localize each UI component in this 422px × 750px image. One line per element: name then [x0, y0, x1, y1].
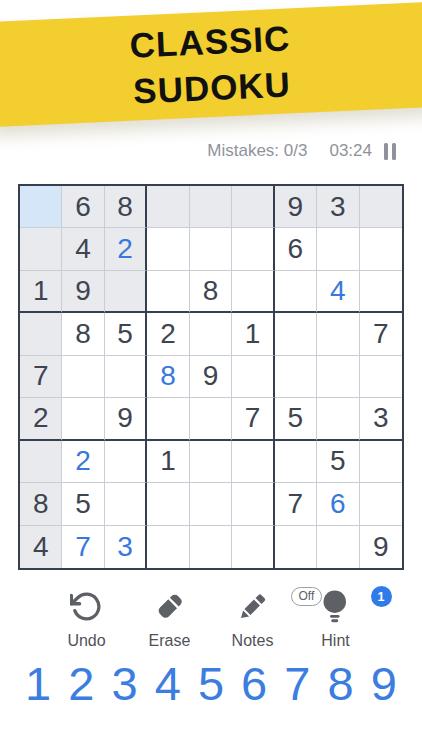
- cell-r9c8[interactable]: [317, 526, 359, 568]
- cell-r6c5[interactable]: [190, 398, 232, 440]
- erase-label: Erase: [149, 632, 191, 650]
- cell-r7c7[interactable]: [275, 441, 317, 483]
- cell-r4c1[interactable]: [20, 313, 62, 355]
- cell-r7c9[interactable]: [360, 441, 402, 483]
- cell-r8c3[interactable]: [105, 483, 147, 525]
- cell-r4c7[interactable]: [275, 313, 317, 355]
- status-bar: Mistakes: 0/3 03:24: [207, 141, 396, 161]
- title-banner: CLASSIC SUDOKU: [0, 2, 422, 127]
- cell-r5c6[interactable]: [232, 356, 274, 398]
- numpad-1[interactable]: 1: [25, 656, 51, 712]
- cell-r1c9[interactable]: [360, 186, 402, 228]
- cell-r5c4[interactable]: 8: [147, 356, 189, 398]
- cell-r3c8[interactable]: 4: [317, 271, 359, 313]
- cell-r1c5[interactable]: [190, 186, 232, 228]
- cell-r7c8[interactable]: 5: [317, 441, 359, 483]
- cell-r3c1[interactable]: 1: [20, 271, 62, 313]
- cell-r5c3[interactable]: [105, 356, 147, 398]
- notes-label: Notes: [232, 632, 274, 650]
- cell-r9c4[interactable]: [147, 526, 189, 568]
- cell-r6c8[interactable]: [317, 398, 359, 440]
- hint-label: Hint: [321, 632, 349, 650]
- cell-r4c6[interactable]: 1: [232, 313, 274, 355]
- cell-r3c9[interactable]: [360, 271, 402, 313]
- hint-button[interactable]: 1 Hint: [294, 589, 377, 650]
- undo-label: Undo: [67, 632, 105, 650]
- cell-r8c5[interactable]: [190, 483, 232, 525]
- pencil-icon: [237, 590, 269, 626]
- title-line1: CLASSIC: [129, 15, 292, 68]
- cell-r8c1[interactable]: 8: [20, 483, 62, 525]
- cell-r1c2[interactable]: 6: [62, 186, 104, 228]
- cell-r9c5[interactable]: [190, 526, 232, 568]
- erase-button[interactable]: Erase: [128, 589, 211, 650]
- cell-r7c1[interactable]: [20, 441, 62, 483]
- cell-r1c4[interactable]: [147, 186, 189, 228]
- cell-r4c2[interactable]: 8: [62, 313, 104, 355]
- cell-r8c4[interactable]: [147, 483, 189, 525]
- numpad: 123456789: [25, 656, 397, 712]
- cell-r5c8[interactable]: [317, 356, 359, 398]
- cell-r2c5[interactable]: [190, 228, 232, 270]
- cell-r7c2[interactable]: 2: [62, 441, 104, 483]
- cell-r9c6[interactable]: [232, 526, 274, 568]
- cell-r7c5[interactable]: [190, 441, 232, 483]
- cell-r3c7[interactable]: [275, 271, 317, 313]
- cell-r2c3[interactable]: 2: [105, 228, 147, 270]
- numpad-7[interactable]: 7: [284, 656, 310, 712]
- cell-r2c1[interactable]: [20, 228, 62, 270]
- cell-r5c1[interactable]: 7: [20, 356, 62, 398]
- notes-button[interactable]: Off Notes: [211, 589, 294, 650]
- timer: 03:24: [329, 141, 372, 161]
- cell-r1c3[interactable]: 8: [105, 186, 147, 228]
- numpad-8[interactable]: 8: [328, 656, 354, 712]
- lightbulb-icon: [321, 589, 351, 627]
- eraser-icon: [153, 589, 187, 627]
- title-line2: SUDOKU: [132, 61, 292, 114]
- cell-r8c7[interactable]: 7: [275, 483, 317, 525]
- app-screen: CLASSIC SUDOKU Mistakes: 0/3 03:24 68934…: [0, 0, 422, 750]
- cell-r3c5[interactable]: 8: [190, 271, 232, 313]
- cell-r9c2[interactable]: 7: [62, 526, 104, 568]
- cell-r4c3[interactable]: 5: [105, 313, 147, 355]
- cell-r4c4[interactable]: 2: [147, 313, 189, 355]
- cell-r7c4[interactable]: 1: [147, 441, 189, 483]
- cell-r3c3[interactable]: [105, 271, 147, 313]
- cell-r4c9[interactable]: 7: [360, 313, 402, 355]
- cell-r1c7[interactable]: 9: [275, 186, 317, 228]
- numpad-2[interactable]: 2: [68, 656, 94, 712]
- cell-r6c7[interactable]: 5: [275, 398, 317, 440]
- cell-r6c3[interactable]: 9: [105, 398, 147, 440]
- numpad-6[interactable]: 6: [241, 656, 267, 712]
- sudoku-board: 68934261984852177892975321585764739: [18, 184, 404, 570]
- cell-r4c8[interactable]: [317, 313, 359, 355]
- cell-r8c2[interactable]: 5: [62, 483, 104, 525]
- toolbar: Undo Erase: [0, 589, 422, 650]
- pause-icon[interactable]: [384, 143, 396, 160]
- cell-r6c2[interactable]: [62, 398, 104, 440]
- cell-r6c1[interactable]: 2: [20, 398, 62, 440]
- cell-r6c6[interactable]: 7: [232, 398, 274, 440]
- cell-r2c4[interactable]: [147, 228, 189, 270]
- cell-r8c6[interactable]: [232, 483, 274, 525]
- cell-r9c1[interactable]: 4: [20, 526, 62, 568]
- cell-r6c9[interactable]: 3: [360, 398, 402, 440]
- cell-r3c6[interactable]: [232, 271, 274, 313]
- cell-r9c9[interactable]: 9: [360, 526, 402, 568]
- cell-r5c2[interactable]: [62, 356, 104, 398]
- hint-count-badge: 1: [371, 586, 392, 607]
- cell-r1c6[interactable]: [232, 186, 274, 228]
- cell-r2c6[interactable]: [232, 228, 274, 270]
- cell-r3c2[interactable]: 9: [62, 271, 104, 313]
- cell-r8c8[interactable]: 6: [317, 483, 359, 525]
- cell-r6c4[interactable]: [147, 398, 189, 440]
- cell-r2c8[interactable]: [317, 228, 359, 270]
- cell-r9c7[interactable]: [275, 526, 317, 568]
- mistakes-counter: Mistakes: 0/3: [207, 141, 307, 161]
- numpad-9[interactable]: 9: [371, 656, 397, 712]
- cell-r5c9[interactable]: [360, 356, 402, 398]
- cell-r7c6[interactable]: [232, 441, 274, 483]
- cell-r7c3[interactable]: [105, 441, 147, 483]
- cell-r4c5[interactable]: [190, 313, 232, 355]
- numpad-4[interactable]: 4: [155, 656, 181, 712]
- undo-button[interactable]: Undo: [45, 589, 128, 650]
- cell-r1c1[interactable]: [20, 186, 62, 228]
- cell-r2c9[interactable]: [360, 228, 402, 270]
- cell-r5c5[interactable]: 9: [190, 356, 232, 398]
- cell-r9c3[interactable]: 3: [105, 526, 147, 568]
- cell-r2c2[interactable]: 4: [62, 228, 104, 270]
- cell-r3c4[interactable]: [147, 271, 189, 313]
- numpad-3[interactable]: 3: [111, 656, 137, 712]
- cell-r5c7[interactable]: [275, 356, 317, 398]
- cell-r1c8[interactable]: 3: [317, 186, 359, 228]
- undo-icon: [70, 590, 103, 627]
- cell-r8c9[interactable]: [360, 483, 402, 525]
- numpad-5[interactable]: 5: [198, 656, 224, 712]
- cell-r2c7[interactable]: 6: [275, 228, 317, 270]
